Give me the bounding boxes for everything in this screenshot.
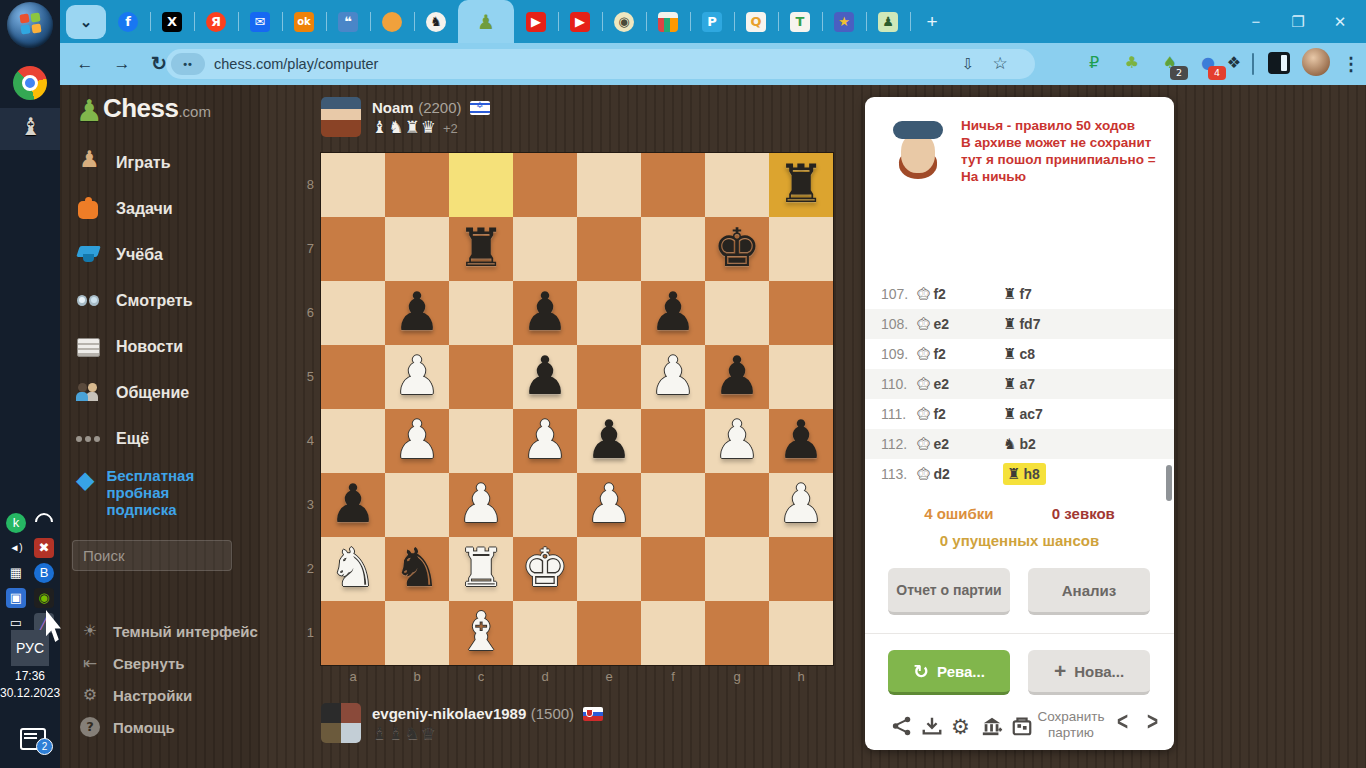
people-icon	[76, 380, 102, 406]
rank-label-8: 8	[294, 153, 314, 217]
opponent-rating-value: (2200)	[418, 99, 461, 116]
square-c2[interactable]: ♜	[449, 537, 513, 601]
square-d3[interactable]	[513, 473, 577, 537]
black-pawn-g5[interactable]: ♟	[705, 345, 769, 409]
language-indicator[interactable]: РУС	[11, 630, 49, 666]
file-label-b: b	[385, 669, 449, 684]
white-pawn-d4[interactable]: ♟	[513, 409, 577, 473]
sidebar-item-label: Задачи	[116, 200, 173, 218]
captured-pieces-bottom: ♝♝♞♛	[372, 723, 437, 743]
square-b5[interactable]: ♟	[385, 345, 449, 409]
sidebar-item-label: Смотреть	[116, 292, 193, 310]
black-pawn-d5[interactable]: ♟	[513, 345, 577, 409]
game-report-button[interactable]: Отчет о партии	[888, 568, 1010, 615]
tab-odnoklassniki[interactable]: ok	[282, 0, 326, 43]
rank-label-5: 5	[294, 345, 314, 409]
news-icon	[76, 334, 102, 360]
bot-chat-message: Ничья - правило 50 ходовВ архиве может н…	[961, 117, 1161, 185]
sidebar-item-7[interactable]: Ещё	[76, 419, 260, 459]
gradcap-icon	[76, 242, 102, 268]
tab-youtube[interactable]: ▶	[514, 0, 558, 43]
chat-line: В архиве может не сохранит	[961, 134, 1161, 151]
tab-yandex[interactable]: Я	[194, 0, 238, 43]
file-label-f: f	[641, 669, 705, 684]
rematch-label: Рева...	[937, 663, 985, 680]
mouse-blocked-icon[interactable]: ✖	[34, 538, 54, 558]
tab-stats[interactable]	[646, 0, 690, 43]
library-icon[interactable]	[981, 715, 1005, 739]
black-king-g7[interactable]: ♚	[705, 217, 769, 281]
tab-x[interactable]: X	[150, 0, 194, 43]
black-pawn-d6[interactable]: ♟	[513, 281, 577, 345]
square-f3[interactable]	[641, 473, 705, 537]
file-label-e: e	[577, 669, 641, 684]
bookmark-star-icon[interactable]: ☆	[987, 51, 1013, 77]
captured-Q: ♛	[421, 117, 437, 137]
time: 17:36	[0, 668, 60, 685]
restore-button[interactable]: ❐	[1290, 13, 1306, 31]
prev-move-chevron[interactable]: <	[1117, 707, 1128, 737]
back-button[interactable]: ←	[72, 51, 98, 77]
sidebar-item-label: Новости	[116, 338, 183, 356]
chat-line: тут я пошол принипиально =	[961, 151, 1161, 168]
chrome-icon[interactable]	[13, 66, 47, 100]
captured-R: ♜	[405, 117, 421, 137]
square-d4[interactable]: ♟	[513, 409, 577, 473]
opponent-avatar[interactable]	[321, 97, 361, 137]
clock[interactable]: 17:36 30.12.2023	[0, 668, 60, 702]
rank-label-2: 2	[294, 537, 314, 601]
trial-subscription-link[interactable]: ◆ Бесплатная пробная подписка	[76, 467, 256, 518]
square-e7[interactable]	[577, 217, 641, 281]
move-row-113[interactable]: 113.♚d2♜h8	[865, 459, 1174, 489]
puzzle-icon	[76, 196, 102, 222]
tab-chess-knight[interactable]: ♞	[414, 0, 458, 43]
captured-N: ♞	[405, 723, 421, 743]
white-bishop-c1[interactable]: ♝	[449, 601, 513, 665]
square-c8[interactable]	[449, 153, 513, 217]
square-c3[interactable]: ♟	[449, 473, 513, 537]
tiles-icon[interactable]: ▦	[6, 563, 26, 583]
square-g4[interactable]: ♟	[705, 409, 769, 473]
square-b7[interactable]	[385, 217, 449, 281]
white-move[interactable]: d2	[933, 466, 949, 482]
binoc-icon	[76, 288, 102, 314]
square-d2[interactable]: ♚	[513, 537, 577, 601]
square-d7[interactable]	[513, 217, 577, 281]
install-app-icon[interactable]: ⇩	[955, 51, 981, 77]
chesscom-logo[interactable]: ♟Chess.com	[76, 93, 211, 127]
sidebar-item-label: Играть	[116, 154, 171, 172]
move-number: 110.	[865, 376, 917, 392]
white-pawn-h3[interactable]: ♟	[769, 473, 833, 537]
move-number: 113.	[865, 466, 917, 482]
move-row-107[interactable]: 107.♚f2♜f7	[865, 279, 1174, 309]
tab-chess-com-active[interactable]: ♟	[458, 0, 514, 43]
plant-extension-icon[interactable]: ♣	[1118, 49, 1146, 77]
black-rook-icon: ♜	[1003, 405, 1016, 423]
black-move[interactable]: f7	[1019, 286, 1031, 302]
black-knight-icon: ♞	[1003, 435, 1016, 453]
browser-toolbar: ← → ↻ •• chess.com/play/computer ⇩ ☆ ₽♣♠…	[60, 43, 1366, 86]
play-icon	[76, 150, 102, 176]
white-king-icon: ♚	[917, 375, 930, 393]
black-pawn-f6[interactable]: ♟	[641, 281, 705, 345]
restart-icon: ↺	[913, 660, 929, 682]
square-b2[interactable]: ♞	[385, 537, 449, 601]
file-label-g: g	[705, 669, 769, 684]
square-a7[interactable]	[321, 217, 385, 281]
captured-B: ♝	[372, 723, 388, 743]
date: 30.12.2023	[0, 685, 60, 702]
white-king-d2[interactable]: ♚	[513, 537, 577, 601]
white-king-icon: ♚	[917, 285, 930, 303]
square-d5[interactable]: ♟	[513, 345, 577, 409]
analysis-button[interactable]: Анализ	[1028, 568, 1150, 615]
black-move[interactable]: h8	[1023, 466, 1039, 482]
square-a4[interactable]	[321, 409, 385, 473]
window-app-icon[interactable]: ▣	[6, 588, 26, 608]
logo-suffix: .com	[178, 103, 211, 120]
minimize-button[interactable]: −	[1248, 13, 1264, 30]
square-g7[interactable]: ♚	[705, 217, 769, 281]
rank-label-4: 4	[294, 409, 314, 473]
square-d6[interactable]: ♟	[513, 281, 577, 345]
black-move[interactable]: fd7	[1019, 316, 1040, 332]
square-e1[interactable]	[577, 601, 641, 665]
square-h4[interactable]: ♟	[769, 409, 833, 473]
square-e5[interactable]	[577, 345, 641, 409]
tab-crest[interactable]: ◉	[602, 0, 646, 43]
square-g1[interactable]	[705, 601, 769, 665]
white-move[interactable]: f2	[933, 406, 945, 422]
square-d1[interactable]	[513, 601, 577, 665]
move-number: 111.	[865, 406, 917, 422]
square-c6[interactable]	[449, 281, 513, 345]
move-number: 107.	[865, 286, 917, 302]
bot-chat-avatar	[887, 119, 949, 181]
square-g8[interactable]	[705, 153, 769, 217]
sidebar-item-1[interactable]: Играть	[76, 143, 260, 183]
missed-chances-stat: 0 упущенных шансов	[865, 532, 1174, 549]
rank-labels: 87654321	[294, 153, 314, 665]
address-bar[interactable]: •• chess.com/play/computer ⇩ ☆	[166, 49, 1035, 79]
kaspersky-icon[interactable]: k	[6, 513, 26, 533]
ruble-extension-icon[interactable]: ₽	[1080, 49, 1108, 77]
square-c5[interactable]	[449, 345, 513, 409]
move-number: 112.	[865, 436, 917, 452]
screen: ♝ k◄)✖▦B▣◉▭╱ РУС 17:36 30.12.2023 2 ⌄fXЯ…	[0, 0, 1366, 768]
material-advantage: +2	[443, 121, 458, 136]
sidebar-item-label: Учёба	[116, 246, 163, 264]
move-number: 108.	[865, 316, 917, 332]
square-f6[interactable]: ♟	[641, 281, 705, 345]
url-text[interactable]: chess.com/play/computer	[214, 49, 378, 79]
share-icon[interactable]	[891, 715, 915, 739]
save-game-label[interactable]: Сохранить партию	[1025, 709, 1117, 741]
white-king-icon: ♚	[917, 465, 930, 483]
tab-star-9[interactable]: ★	[822, 0, 866, 43]
shield-extension-icon-badge: 2	[1170, 66, 1188, 80]
square-h6[interactable]	[769, 281, 833, 345]
square-h2[interactable]	[769, 537, 833, 601]
tab-p-service[interactable]: P	[690, 0, 734, 43]
theme-icon: ☀	[80, 621, 100, 641]
page-content: ♟Chess.com ИгратьЗадачиУчёбаСмотретьНово…	[60, 85, 1366, 768]
sidebar-item-2[interactable]: Задачи	[76, 189, 260, 229]
square-g5[interactable]: ♟	[705, 345, 769, 409]
blunders-stat: 0 зевков	[1052, 505, 1115, 522]
gear-icon[interactable]: ⚙	[951, 715, 975, 739]
browser-chrome: ⌄fXЯ✉ok❝♞♟▶▶◉PQT★♟+ −❐✕ ← → ↻ •• chess.c…	[60, 0, 1366, 85]
israel-flag-icon	[470, 101, 490, 115]
captured-Q: ♛	[421, 723, 437, 743]
new-game-label: Нова...	[1074, 663, 1124, 680]
trial-label: Бесплатная пробная подписка	[106, 467, 221, 518]
sidebar-item-6[interactable]: Общение	[76, 373, 260, 413]
square-a3[interactable]: ♟	[321, 473, 385, 537]
footer-item-label: Настройки	[113, 687, 192, 704]
move-list-scrollbar[interactable]	[1166, 465, 1172, 501]
square-f1[interactable]	[641, 601, 705, 665]
square-f2[interactable]	[641, 537, 705, 601]
logo-text: Chess	[103, 93, 179, 123]
close-button[interactable]: ✕	[1332, 13, 1348, 31]
sidebar-item-label: Общение	[116, 384, 189, 402]
square-b8[interactable]	[385, 153, 449, 217]
black-move[interactable]: ac7	[1019, 406, 1042, 422]
move-row-109[interactable]: 109.♚f2♜c8	[865, 339, 1174, 369]
footer-item-label: Темный интерфейс	[113, 623, 258, 640]
file-label-h: h	[769, 669, 833, 684]
notification-badge: 2	[36, 738, 53, 755]
notification-center-icon[interactable]: 2	[20, 728, 46, 750]
square-f4[interactable]	[641, 409, 705, 473]
next-move-chevron[interactable]: >	[1147, 707, 1158, 737]
square-h5[interactable]	[769, 345, 833, 409]
help-icon: ?	[80, 717, 100, 737]
settings-icon: ⚙	[80, 685, 100, 705]
download-icon[interactable]	[921, 715, 945, 739]
black-move[interactable]: a7	[1019, 376, 1035, 392]
white-move[interactable]: f2	[933, 286, 945, 302]
square-h1[interactable]	[769, 601, 833, 665]
white-knight-a2[interactable]: ♞	[321, 537, 385, 601]
slovenia-flag-icon	[583, 707, 603, 721]
tab-mail[interactable]: ✉	[238, 0, 282, 43]
chess-app-taskbar-item[interactable]: ♝	[0, 108, 60, 150]
volume-icon[interactable]: ◄)	[6, 538, 26, 558]
white-pawn-c3[interactable]: ♟	[449, 473, 513, 537]
black-rook-icon: ♜	[1003, 375, 1016, 393]
move-row-110[interactable]: 110.♚e2♜a7	[865, 369, 1174, 399]
square-b3[interactable]	[385, 473, 449, 537]
square-g3[interactable]	[705, 473, 769, 537]
square-b1[interactable]	[385, 601, 449, 665]
captured-pieces-top: ♝♞♜♛+2	[372, 117, 458, 137]
black-move[interactable]: c8	[1019, 346, 1035, 362]
move-row-108[interactable]: 108.♚e2♜fd7	[865, 309, 1174, 339]
browser-profile-avatar[interactable]	[1302, 48, 1330, 76]
black-rook-icon: ♜	[1003, 315, 1016, 333]
player-avatar[interactable]	[321, 703, 361, 743]
mistakes-stat: 4 ошибки	[924, 505, 993, 522]
player-rating-value: (1500)	[531, 705, 574, 722]
collapse-icon: ⇤	[80, 653, 100, 673]
os-taskbar: ♝ k◄)✖▦B▣◉▭╱ РУС 17:36 30.12.2023 2	[0, 0, 60, 768]
black-pawn-b6[interactable]: ♟	[385, 281, 449, 345]
square-g2[interactable]	[705, 537, 769, 601]
square-e3[interactable]: ♟	[577, 473, 641, 537]
square-e2[interactable]	[577, 537, 641, 601]
square-c1[interactable]: ♝	[449, 601, 513, 665]
chesscom-sidebar: ♟Chess.com ИгратьЗадачиУчёбаСмотретьНово…	[60, 85, 260, 768]
square-f5[interactable]: ♟	[641, 345, 705, 409]
file-label-a: a	[321, 669, 385, 684]
extensions-puzzle-icon[interactable]: ❖	[1220, 49, 1248, 77]
rank-label-7: 7	[294, 217, 314, 281]
site-info-icon[interactable]: ••	[171, 53, 205, 75]
captured-B: ♝	[388, 723, 404, 743]
file-label-d: d	[513, 669, 577, 684]
nvidia-icon[interactable]: ◉	[34, 588, 54, 608]
white-rook-c2[interactable]: ♜	[449, 537, 513, 601]
white-pawn-g4[interactable]: ♟	[705, 409, 769, 473]
game-panel: Ничья - правило 50 ходовВ архиве может н…	[865, 97, 1174, 750]
move-row-111[interactable]: 111.♚f2♜ac7	[865, 399, 1174, 429]
black-knight-b2[interactable]: ♞	[385, 537, 449, 601]
black-move[interactable]: b2	[1019, 436, 1035, 452]
opponent-name-row[interactable]: Noam (2200)	[372, 99, 490, 117]
tab-t-service[interactable]: T	[778, 0, 822, 43]
square-e8[interactable]	[577, 153, 641, 217]
file-labels: abcdefgh	[321, 669, 833, 684]
browser-menu-kebab-icon[interactable]: ⋮	[1338, 51, 1364, 77]
bluetooth-icon[interactable]: B	[34, 563, 54, 583]
white-king-icon: ♚	[917, 435, 930, 453]
tab-dropdown-chevron[interactable]: ⌄	[66, 5, 106, 39]
opponent-name[interactable]: Noam	[372, 99, 414, 116]
shield-extension-icon[interactable]: ♠2	[1156, 49, 1184, 77]
rematch-button[interactable]: ↺ Рева...	[888, 650, 1010, 695]
tab-youtube-2[interactable]: ▶	[558, 0, 602, 43]
square-h3[interactable]: ♟	[769, 473, 833, 537]
square-c7[interactable]: ♜	[449, 217, 513, 281]
tab-ball[interactable]	[370, 0, 414, 43]
white-move[interactable]: e2	[933, 376, 949, 392]
sidebar-footer-collapse[interactable]: ⇤Свернуть	[80, 648, 260, 678]
alice-extension-icon[interactable]: ●4	[1194, 49, 1222, 77]
sidebar-item-4[interactable]: Смотреть	[76, 281, 260, 321]
tabs: ⌄fXЯ✉ok❝♞♟▶▶◉PQT★♟+	[60, 0, 954, 43]
square-h7[interactable]	[769, 217, 833, 281]
white-pawn-b4[interactable]: ♟	[385, 409, 449, 473]
tab-q-service[interactable]: Q	[734, 0, 778, 43]
player-name-row[interactable]: evgeniy-nikolaev1989 (1500)	[372, 705, 603, 723]
square-d8[interactable]	[513, 153, 577, 217]
square-a2[interactable]: ♞	[321, 537, 385, 601]
tab-messenger[interactable]: ❝	[326, 0, 370, 43]
square-g6[interactable]	[705, 281, 769, 345]
chat-line: Ничья - правило 50 ходов	[961, 117, 1161, 134]
plus-icon: +	[1054, 659, 1066, 683]
square-e6[interactable]	[577, 281, 641, 345]
captured-N: ♞	[388, 117, 404, 137]
square-a6[interactable]	[321, 281, 385, 345]
square-c4[interactable]	[449, 409, 513, 473]
sidebar-footer-settings[interactable]: ⚙Настройки	[80, 680, 260, 710]
square-a1[interactable]	[321, 601, 385, 665]
new-game-button[interactable]: + Нова...	[1028, 650, 1150, 695]
footer-item-label: Свернуть	[113, 655, 185, 672]
captured-B: ♝	[372, 117, 388, 137]
black-rook-h8[interactable]: ♜	[769, 153, 833, 217]
move-list[interactable]: 107.♚f2♜f7108.♚e2♜fd7109.♚f2♜c8110.♚e2♜a…	[865, 279, 1174, 489]
white-king-icon: ♚	[917, 405, 930, 423]
window-controls: −❐✕	[1248, 0, 1358, 43]
black-rook-icon: ♜	[1003, 285, 1016, 303]
panel-divider	[865, 633, 1174, 634]
white-king-icon: ♚	[917, 345, 930, 363]
white-move[interactable]: e2	[933, 436, 949, 452]
white-move[interactable]: f2	[933, 346, 945, 362]
wifi-icon[interactable]	[34, 513, 54, 533]
dots-icon	[76, 426, 102, 452]
square-a5[interactable]	[321, 345, 385, 409]
rank-label-6: 6	[294, 281, 314, 345]
player-name[interactable]: evgeniy-nikolaev1989	[372, 705, 526, 722]
square-b4[interactable]: ♟	[385, 409, 449, 473]
game-stats: 4 ошибки 0 зевков 0 упущенных шансов	[865, 505, 1174, 549]
sidebar-footer-help[interactable]: ?Помощь	[80, 712, 260, 742]
black-pawn-a3[interactable]: ♟	[321, 473, 385, 537]
file-label-c: c	[449, 669, 513, 684]
white-pawn-f5[interactable]: ♟	[641, 345, 705, 409]
browser-sidebar-toggle[interactable]	[1268, 52, 1290, 74]
windows-start-button[interactable]	[7, 2, 53, 48]
chess-board: ♜♜♚♟♟♟♟♟♟♟♟♟♟♟♟♟♟♟♟♞♞♜♚♝	[321, 153, 833, 665]
square-f8[interactable]	[641, 153, 705, 217]
black-rook-c7[interactable]: ♜	[449, 217, 513, 281]
sidebar-item-5[interactable]: Новости	[76, 327, 260, 367]
square-b6[interactable]: ♟	[385, 281, 449, 345]
logo-pawn-icon: ♟	[76, 93, 103, 128]
move-row-112[interactable]: 112.♚e2♞b2	[865, 429, 1174, 459]
white-pawn-e3[interactable]: ♟	[577, 473, 641, 537]
square-a8[interactable]	[321, 153, 385, 217]
footer-item-label: Помощь	[113, 719, 175, 736]
black-pawn-h4[interactable]: ♟	[769, 409, 833, 473]
tab-new[interactable]: +	[910, 0, 954, 43]
white-pawn-b5[interactable]: ♟	[385, 345, 449, 409]
move-number: 109.	[865, 346, 917, 362]
chat-line: На ничью	[961, 168, 1161, 185]
chess-piece-icon: ♝	[20, 113, 42, 141]
rank-label-1: 1	[294, 601, 314, 665]
sidebar-footer-theme[interactable]: ☀Темный интерфейс	[80, 616, 260, 646]
square-h8[interactable]: ♜	[769, 153, 833, 217]
white-move[interactable]: e2	[933, 316, 949, 332]
black-pawn-e4[interactable]: ♟	[577, 409, 641, 473]
square-f7[interactable]	[641, 217, 705, 281]
sidebar-item-3[interactable]: Учёба	[76, 235, 260, 275]
tab-facebook[interactable]: f	[106, 0, 150, 43]
tab-green-figure[interactable]: ♟	[866, 0, 910, 43]
forward-button[interactable]: →	[109, 51, 135, 77]
search-input[interactable]	[72, 540, 232, 571]
square-e4[interactable]: ♟	[577, 409, 641, 473]
sidebar-item-label: Ещё	[116, 430, 149, 448]
